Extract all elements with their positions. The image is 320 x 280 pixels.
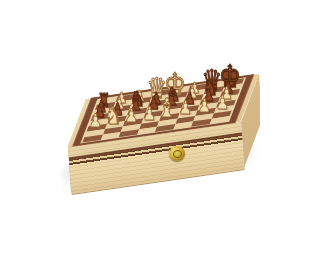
brass-latch-icon xyxy=(169,146,185,161)
product-photo-chess-box: ♜♟♟♛♚♟♛♚♟♟♞♟♟♟♞♟♟♟♝♟♝♟♟♟♟♞♟♟♝♟♟♟ xyxy=(60,0,260,280)
